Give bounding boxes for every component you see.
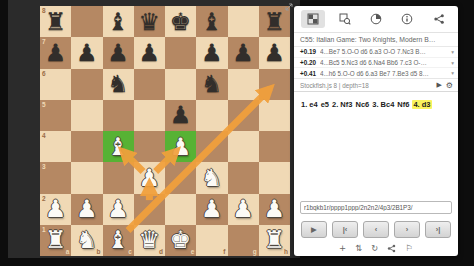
- square-d8[interactable]: ♛: [134, 6, 165, 37]
- move-token[interactable]: 2. Nf3: [332, 100, 352, 109]
- coord-file-a: a: [66, 249, 70, 256]
- reset-icon[interactable]: ↻: [371, 244, 378, 253]
- square-b1[interactable]: b♞: [71, 225, 102, 256]
- coord-file-f: f: [223, 249, 225, 256]
- coord-rank-6: 6: [42, 71, 46, 78]
- white-rook-a1[interactable]: ♜: [45, 228, 67, 252]
- coord-rank-1: 1: [42, 227, 46, 234]
- coord-file-g: g: [253, 249, 257, 256]
- square-h7[interactable]: ♟: [259, 37, 290, 68]
- tab-position-search[interactable]: [333, 10, 357, 28]
- white-pawn-b2[interactable]: ♟: [76, 197, 98, 221]
- white-rook-h1[interactable]: ♜: [264, 228, 286, 252]
- black-rook-h8[interactable]: ♜: [264, 10, 286, 34]
- engine-line-1[interactable]: +0.194...Be7 5.O-O d6 6.a3 O-O 7.Nc3 B…▾: [294, 47, 458, 58]
- square-f2[interactable]: ♟: [196, 194, 227, 225]
- coord-file-h: h: [284, 249, 288, 256]
- coord-rank-8: 8: [42, 8, 46, 15]
- square-f7[interactable]: ♟: [196, 37, 227, 68]
- black-rook-a8[interactable]: ♜: [45, 10, 67, 34]
- opening-name: C55: Italian Game: Two Knights, Modern B…: [294, 33, 458, 47]
- square-a2[interactable]: 2♟: [40, 194, 71, 225]
- tab-share[interactable]: [427, 10, 451, 28]
- square-c1[interactable]: c♝: [103, 225, 134, 256]
- engine-status-label: Stockfish.js 8 | depth=18: [300, 82, 369, 89]
- move-token[interactable]: Nc6: [355, 100, 369, 109]
- engine-status-bar: Stockfish.js 8 | depth=18 ▶ ⚙: [294, 79, 458, 92]
- engine-eval: +0.19: [300, 48, 320, 55]
- tab-analysis-board[interactable]: [301, 10, 325, 28]
- white-bishop-c1[interactable]: ♝: [107, 228, 129, 252]
- square-f1[interactable]: f: [196, 225, 227, 256]
- add-icon[interactable]: +: [339, 244, 346, 253]
- white-pawn-c2[interactable]: ♟: [107, 197, 129, 221]
- white-knight-f3[interactable]: ♞: [201, 166, 223, 190]
- pie-chart-icon: [370, 13, 382, 25]
- square-g4[interactable]: [228, 131, 259, 162]
- square-h3[interactable]: [259, 162, 290, 193]
- square-e6[interactable]: [165, 69, 196, 100]
- square-a3[interactable]: 3: [40, 162, 71, 193]
- black-pawn-f7[interactable]: ♟: [201, 41, 223, 65]
- square-c5[interactable]: [103, 100, 134, 131]
- white-pawn-d3[interactable]: ♟: [139, 166, 161, 190]
- tool-icons: + ⇅ ↻ ⚐: [294, 240, 458, 256]
- move-token-current[interactable]: 4. d3: [412, 100, 431, 109]
- square-d3[interactable]: ♟: [134, 162, 165, 193]
- square-d1[interactable]: d♛: [134, 225, 165, 256]
- square-e2[interactable]: [165, 194, 196, 225]
- square-h5[interactable]: [259, 100, 290, 131]
- square-c2[interactable]: ♟: [103, 194, 134, 225]
- square-a5[interactable]: 5: [40, 100, 71, 131]
- black-pawn-a7[interactable]: ♟: [45, 41, 67, 65]
- square-f3[interactable]: ♞: [196, 162, 227, 193]
- engine-line-3[interactable]: +0.414...h6 5.O-O d6 6.a3 Be7 7.Be3 d5 8…: [294, 68, 458, 78]
- analysis-panel: C55: Italian Game: Two Knights, Modern B…: [294, 6, 458, 256]
- black-pawn-g7[interactable]: ♟: [232, 41, 254, 65]
- coord-file-b: b: [97, 249, 101, 256]
- fen-input[interactable]: [300, 201, 452, 214]
- engine-eval: +0.20: [300, 59, 320, 66]
- tab-opening-explorer[interactable]: [364, 10, 388, 28]
- square-e4[interactable]: ♟: [165, 131, 196, 162]
- square-e8[interactable]: ♚: [165, 6, 196, 37]
- coord-rank-3: 3: [42, 164, 46, 171]
- engine-line-moves: 4...Bc5 5.Nc3 d6 6.Na4 Bb6 7.c3 O-…: [320, 59, 449, 66]
- move-token[interactable]: e5: [321, 100, 329, 109]
- coord-rank-2: 2: [42, 196, 46, 203]
- square-b2[interactable]: ♟: [71, 194, 102, 225]
- square-h4[interactable]: [259, 131, 290, 162]
- square-a4[interactable]: 4: [40, 131, 71, 162]
- square-e1[interactable]: e♚: [165, 225, 196, 256]
- board-search-icon: [339, 13, 351, 25]
- white-pawn-h2[interactable]: ♟: [264, 197, 286, 221]
- square-h6[interactable]: [259, 69, 290, 100]
- black-pawn-d7[interactable]: ♟: [139, 41, 161, 65]
- square-g6[interactable]: [228, 69, 259, 100]
- engine-line-moves: 4...Be7 5.O-O d6 6.a3 O-O 7.Nc3 B…: [320, 48, 449, 55]
- nav-controls: ▶|‹‹››|: [294, 218, 458, 240]
- white-pawn-a2[interactable]: ♟: [45, 197, 67, 221]
- square-g5[interactable]: [228, 100, 259, 131]
- square-c7[interactable]: ♟: [103, 37, 134, 68]
- tab-info[interactable]: [395, 10, 419, 28]
- black-pawn-e5[interactable]: ♟: [170, 103, 192, 127]
- black-king-e8[interactable]: ♚: [170, 10, 192, 34]
- black-knight-f6[interactable]: ♞: [201, 72, 223, 96]
- square-g3[interactable]: [228, 162, 259, 193]
- engine-play-icon[interactable]: ▶: [436, 81, 441, 89]
- square-g1[interactable]: g: [228, 225, 259, 256]
- coord-rank-5: 5: [42, 102, 46, 109]
- coord-file-d: d: [159, 249, 163, 256]
- square-b6[interactable]: [71, 69, 102, 100]
- engine-line-moves: 4...h6 5.O-O d6 6.a3 Be7 7.Be3 d5 8…: [320, 70, 449, 77]
- black-pawn-h7[interactable]: ♟: [264, 41, 286, 65]
- move-token[interactable]: 3. Bc4: [372, 100, 394, 109]
- square-d7[interactable]: ♟: [134, 37, 165, 68]
- square-e3[interactable]: [165, 162, 196, 193]
- square-h2[interactable]: ♟: [259, 194, 290, 225]
- coord-file-e: e: [191, 249, 195, 256]
- square-g7[interactable]: ♟: [228, 37, 259, 68]
- square-f8[interactable]: ♝: [196, 6, 227, 37]
- square-b8[interactable]: [71, 6, 102, 37]
- fen-row: [294, 196, 458, 218]
- square-b3[interactable]: [71, 162, 102, 193]
- square-h1[interactable]: h♜: [259, 225, 290, 256]
- line-expand-icon[interactable]: ▾: [451, 49, 454, 55]
- square-c6[interactable]: ♞: [103, 69, 134, 100]
- square-d6[interactable]: [134, 69, 165, 100]
- square-g8[interactable]: [228, 6, 259, 37]
- panel-tabs: [294, 6, 458, 33]
- move-token[interactable]: Nf6: [397, 100, 409, 109]
- square-b4[interactable]: [71, 131, 102, 162]
- engine-eval: +0.41: [300, 70, 320, 77]
- chess-board: 8♜♝♛♚♝♜7♟♟♟♟♟♟♟6♞♞5♟4♝♟3♟♞2♟♟♟♟♟♟1a♜b♞c♝…: [40, 6, 290, 256]
- square-a8[interactable]: 8♜: [40, 6, 71, 37]
- last-move-button[interactable]: ›|: [425, 221, 451, 238]
- engine-lines: +0.194...Be7 5.O-O d6 6.a3 O-O 7.Nc3 B…▾…: [294, 47, 458, 79]
- move-token[interactable]: 1. e4: [301, 100, 318, 109]
- next-move-button[interactable]: ›: [394, 221, 420, 238]
- expand-panel-icon[interactable]: [284, 2, 294, 12]
- square-f5[interactable]: [196, 100, 227, 131]
- square-e5[interactable]: ♟: [165, 100, 196, 131]
- play-button[interactable]: ▶: [301, 221, 327, 238]
- square-d4[interactable]: [134, 131, 165, 162]
- square-b7[interactable]: ♟: [71, 37, 102, 68]
- square-c4[interactable]: ♝: [103, 131, 134, 162]
- square-e7[interactable]: [165, 37, 196, 68]
- square-f6[interactable]: ♞: [196, 69, 227, 100]
- info-icon: [401, 13, 413, 25]
- black-pawn-b7[interactable]: ♟: [76, 41, 98, 65]
- line-expand-icon[interactable]: ▾: [451, 60, 454, 66]
- black-queen-d8[interactable]: ♛: [139, 10, 161, 34]
- black-knight-c6[interactable]: ♞: [107, 72, 129, 96]
- share-icon: [433, 13, 445, 25]
- white-queen-d1[interactable]: ♛: [139, 228, 161, 252]
- coord-file-c: c: [128, 249, 132, 256]
- square-a1[interactable]: 1a♜: [40, 225, 71, 256]
- engine-settings-icon[interactable]: ⚙: [446, 81, 453, 90]
- black-bishop-c8[interactable]: ♝: [107, 10, 129, 34]
- square-a6[interactable]: 6: [40, 69, 71, 100]
- white-pawn-e4[interactable]: ♟: [170, 135, 192, 159]
- white-knight-b1[interactable]: ♞: [76, 228, 98, 252]
- square-d2[interactable]: [134, 194, 165, 225]
- square-d5[interactable]: [134, 100, 165, 131]
- square-f4[interactable]: [196, 131, 227, 162]
- black-bishop-f8[interactable]: ♝: [201, 10, 223, 34]
- square-b5[interactable]: [71, 100, 102, 131]
- line-expand-icon[interactable]: ▾: [451, 70, 454, 76]
- square-g2[interactable]: ♟: [228, 194, 259, 225]
- swap-icon[interactable]: ⇅: [355, 244, 362, 253]
- white-bishop-c4[interactable]: ♝: [107, 135, 129, 159]
- white-pawn-f2[interactable]: ♟: [201, 197, 223, 221]
- app-root: 8♜♝♛♚♝♜7♟♟♟♟♟♟♟6♞♞5♟4♝♟3♟♞2♟♟♟♟♟♟1a♜b♞c♝…: [0, 0, 474, 266]
- coord-rank-7: 7: [42, 39, 46, 46]
- square-c3[interactable]: [103, 162, 134, 193]
- square-a7[interactable]: 7♟: [40, 37, 71, 68]
- square-c8[interactable]: ♝: [103, 6, 134, 37]
- coord-rank-4: 4: [42, 133, 46, 140]
- white-king-e1[interactable]: ♚: [170, 228, 192, 252]
- prev-move-button[interactable]: ‹: [363, 221, 389, 238]
- move-list: 1. e4e52. Nf3Nc63. Bc4Nf64. d3: [294, 92, 458, 196]
- white-pawn-g2[interactable]: ♟: [232, 197, 254, 221]
- flag-icon[interactable]: ⚐: [405, 244, 413, 253]
- board-grid-icon: [307, 13, 319, 25]
- engine-line-2[interactable]: +0.204...Bc5 5.Nc3 d6 6.Na4 Bb6 7.c3 O-……: [294, 58, 458, 69]
- share-small-icon[interactable]: [387, 244, 396, 253]
- black-pawn-c7[interactable]: ♟: [107, 41, 129, 65]
- first-move-button[interactable]: |‹: [332, 221, 358, 238]
